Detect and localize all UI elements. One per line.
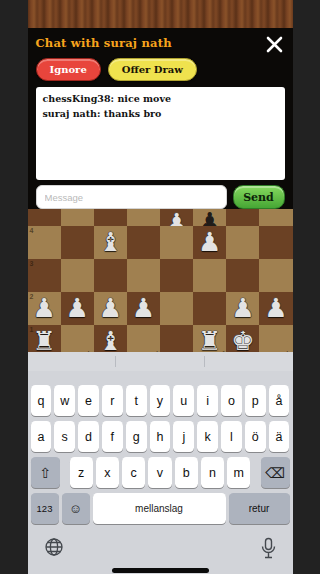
numbers-key[interactable]: 123: [31, 493, 59, 524]
key-w[interactable]: w: [54, 385, 75, 416]
message-input[interactable]: [36, 185, 227, 209]
square-d4[interactable]: [127, 226, 160, 259]
square-g3[interactable]: [226, 259, 259, 292]
key-l[interactable]: l: [221, 421, 242, 452]
key-e[interactable]: e: [78, 385, 99, 416]
square-d3[interactable]: [127, 259, 160, 292]
square-d2[interactable]: ♟: [127, 292, 160, 325]
key-q[interactable]: q: [31, 385, 52, 416]
chat-message-list: chessKing38: nice move suraj nath: thank…: [36, 87, 285, 180]
square-d1[interactable]: d: [127, 325, 160, 352]
key-d[interactable]: d: [78, 421, 99, 452]
white-bishop: ♝: [94, 226, 127, 259]
key-x[interactable]: x: [96, 457, 119, 488]
square-c3[interactable]: [94, 259, 127, 292]
square-c1[interactable]: c♝: [94, 325, 127, 352]
chat-title: Chat with suraj nath: [36, 34, 172, 50]
key-ö[interactable]: ö: [245, 421, 266, 452]
chess-board-grid: 8765♟♟4♝♟32♟♟♟♟♟♟1a♜bc♝def♜g♚h: [28, 209, 293, 352]
white-rook: ♜: [193, 325, 226, 352]
phone-screen: Chat with suraj nath Ignore Offer Draw c…: [28, 0, 293, 574]
key-å[interactable]: å: [269, 385, 290, 416]
suggestion-slot[interactable]: [28, 352, 116, 371]
square-b3[interactable]: [61, 259, 94, 292]
square-a5[interactable]: 5: [28, 209, 61, 226]
square-e4[interactable]: [160, 226, 193, 259]
square-b4[interactable]: [61, 226, 94, 259]
key-v[interactable]: v: [148, 457, 171, 488]
white-pawn: ♟: [94, 292, 127, 325]
key-z[interactable]: z: [70, 457, 93, 488]
rank-label: 3: [30, 260, 34, 267]
rank-label: 2: [30, 293, 34, 300]
key-i[interactable]: i: [197, 385, 218, 416]
key-y[interactable]: y: [150, 385, 171, 416]
key-h[interactable]: h: [150, 421, 171, 452]
key-s[interactable]: s: [54, 421, 75, 452]
square-g4[interactable]: [226, 226, 259, 259]
key-n[interactable]: n: [201, 457, 224, 488]
chess-board[interactable]: 8765♟♟4♝♟32♟♟♟♟♟♟1a♜bc♝def♜g♚h: [28, 209, 293, 352]
white-pawn: ♟: [193, 226, 226, 259]
square-f1[interactable]: f♜: [193, 325, 226, 352]
square-e5[interactable]: ♟: [160, 209, 193, 226]
square-h3[interactable]: [259, 259, 292, 292]
key-t[interactable]: t: [126, 385, 147, 416]
predictive-text-bar[interactable]: [28, 352, 293, 371]
square-g2[interactable]: ♟: [226, 292, 259, 325]
white-pawn: ♟: [226, 292, 259, 325]
white-pawn: ♟: [61, 292, 94, 325]
home-indicator[interactable]: [112, 568, 209, 573]
square-b1[interactable]: b: [61, 325, 94, 352]
suggestion-slot[interactable]: [116, 352, 204, 371]
key-o[interactable]: o: [221, 385, 242, 416]
app-wood-background: [28, 0, 293, 30]
square-h4[interactable]: [259, 226, 292, 259]
square-f2[interactable]: [193, 292, 226, 325]
square-e1[interactable]: e: [160, 325, 193, 352]
square-h1[interactable]: h: [259, 325, 292, 352]
key-k[interactable]: k: [197, 421, 218, 452]
key-ä[interactable]: ä: [269, 421, 290, 452]
square-b2[interactable]: ♟: [61, 292, 94, 325]
white-bishop: ♝: [94, 325, 127, 352]
close-icon[interactable]: [265, 34, 285, 54]
key-f[interactable]: f: [102, 421, 123, 452]
globe-icon[interactable]: [44, 537, 64, 561]
square-d5[interactable]: [127, 209, 160, 226]
square-f5[interactable]: ♟: [193, 209, 226, 226]
shift-key[interactable]: ⇧: [31, 457, 60, 488]
spacebar[interactable]: mellanslag: [93, 493, 226, 524]
key-r[interactable]: r: [102, 385, 123, 416]
backspace-key[interactable]: ⌫: [261, 457, 290, 488]
chat-overlay: Chat with suraj nath Ignore Offer Draw c…: [28, 28, 293, 209]
send-button[interactable]: Send: [233, 185, 285, 209]
rank-label: 1: [30, 326, 34, 333]
ios-keyboard: qwertyuiopåasdfghjklöä⇧zxcvbnm⌫123☺mella…: [28, 352, 293, 574]
emoji-key[interactable]: ☺: [62, 493, 90, 524]
chat-message: chessKing38: nice move: [43, 92, 278, 107]
rank-label: 4: [30, 227, 34, 234]
square-e3[interactable]: [160, 259, 193, 292]
white-pawn: ♟: [127, 292, 160, 325]
square-f3[interactable]: [193, 259, 226, 292]
key-g[interactable]: g: [126, 421, 147, 452]
key-c[interactable]: c: [122, 457, 145, 488]
square-g5[interactable]: [226, 209, 259, 226]
key-p[interactable]: p: [245, 385, 266, 416]
square-c4[interactable]: ♝: [94, 226, 127, 259]
square-a4[interactable]: 4: [28, 226, 61, 259]
key-a[interactable]: a: [31, 421, 52, 452]
return-key[interactable]: retur: [229, 493, 290, 524]
suggestion-slot[interactable]: [205, 352, 293, 371]
square-f4[interactable]: ♟: [193, 226, 226, 259]
square-h5[interactable]: [259, 209, 292, 226]
square-a1[interactable]: 1a♜: [28, 325, 61, 352]
offer-draw-button[interactable]: Offer Draw: [108, 58, 197, 81]
close-x-glyph: [266, 36, 283, 53]
key-j[interactable]: j: [173, 421, 194, 452]
ignore-button[interactable]: Ignore: [36, 58, 101, 81]
square-e2[interactable]: [160, 292, 193, 325]
square-c2[interactable]: ♟: [94, 292, 127, 325]
chat-message: suraj nath: thanks bro: [43, 107, 278, 122]
key-m[interactable]: m: [227, 457, 250, 488]
square-h2[interactable]: ♟: [259, 292, 292, 325]
microphone-icon[interactable]: [260, 537, 277, 565]
square-b5[interactable]: [61, 209, 94, 226]
square-c5[interactable]: [94, 209, 127, 226]
square-a2[interactable]: 2♟: [28, 292, 61, 325]
key-b[interactable]: b: [175, 457, 198, 488]
white-king: ♚: [226, 325, 259, 352]
white-pawn: ♟: [259, 292, 292, 325]
square-a3[interactable]: 3: [28, 259, 61, 292]
key-u[interactable]: u: [173, 385, 194, 416]
square-g1[interactable]: g♚: [226, 325, 259, 352]
